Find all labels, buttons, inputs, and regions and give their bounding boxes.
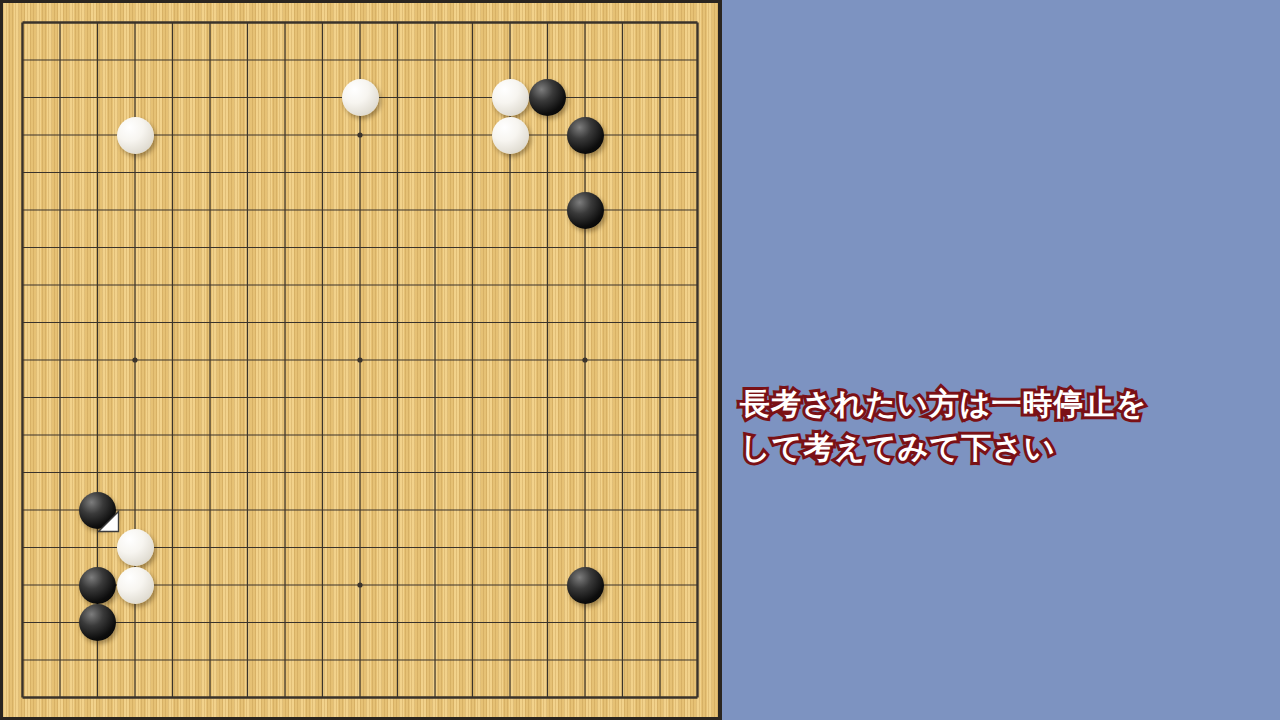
intersection-K17[interactable] <box>341 79 379 117</box>
black-stone-P17 <box>529 79 566 116</box>
white-stone-O17 <box>492 79 529 116</box>
intersection-C4[interactable] <box>79 566 117 604</box>
intersection-Q4[interactable] <box>566 566 604 604</box>
intersection-C6[interactable] <box>79 491 117 529</box>
black-stone-Q4 <box>567 567 604 604</box>
video-frame: 長考されたい方は一時停止を して考えてみて下さい <box>0 0 1280 720</box>
black-stone-C4 <box>79 567 116 604</box>
intersection-C3[interactable] <box>79 604 117 642</box>
intersection-O16[interactable] <box>491 116 529 154</box>
white-stone-D5 <box>117 529 154 566</box>
black-stone-C3 <box>79 604 116 641</box>
white-stone-K17 <box>342 79 379 116</box>
black-stone-Q14 <box>567 192 604 229</box>
white-stone-O16 <box>492 117 529 154</box>
black-stone-Q16 <box>567 117 604 154</box>
white-stone-D16 <box>117 117 154 154</box>
go-board[interactable] <box>0 0 722 720</box>
caption-text: 長考されたい方は一時停止を して考えてみて下さい <box>740 382 1147 470</box>
intersection-O17[interactable] <box>491 79 529 117</box>
intersection-D16[interactable] <box>116 116 154 154</box>
caption-line-2: して考えてみて下さい <box>740 426 1147 470</box>
intersection-Q16[interactable] <box>566 116 604 154</box>
intersection-D5[interactable] <box>116 529 154 567</box>
intersection-Q14[interactable] <box>566 191 604 229</box>
black-stone-C6 <box>79 492 116 529</box>
intersection-D4[interactable] <box>116 566 154 604</box>
intersection-P17[interactable] <box>529 79 567 117</box>
board-grid[interactable] <box>4 4 717 717</box>
caption-line-1: 長考されたい方は一時停止を <box>740 382 1147 426</box>
white-stone-D4 <box>117 567 154 604</box>
